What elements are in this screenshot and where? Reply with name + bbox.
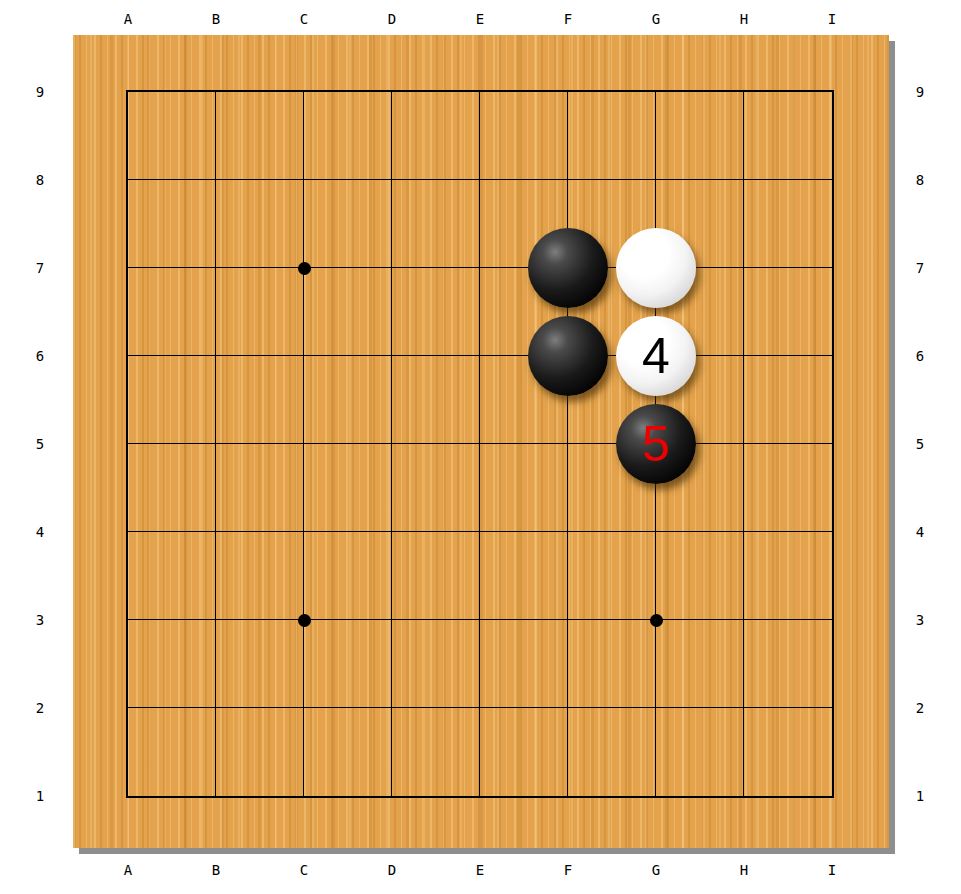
coord-bottom-f: F — [548, 861, 588, 879]
board-grid — [126, 90, 834, 798]
coord-bottom-d: D — [372, 861, 412, 879]
grid-cell[interactable] — [744, 708, 832, 796]
grid-cell[interactable] — [656, 708, 744, 796]
grid-cell[interactable] — [392, 532, 480, 620]
star-point-c7 — [298, 262, 311, 275]
coord-bottom-e: E — [460, 861, 500, 879]
coord-left-4: 4 — [24, 523, 56, 541]
grid-cell[interactable] — [128, 620, 216, 708]
coord-right-5: 5 — [904, 435, 936, 453]
grid-cell[interactable] — [216, 620, 304, 708]
coord-bottom-i: I — [812, 861, 852, 879]
coord-top-h: H — [724, 10, 764, 28]
coord-bottom-h: H — [724, 861, 764, 879]
grid-cell[interactable] — [128, 180, 216, 268]
grid-cell[interactable] — [480, 620, 568, 708]
grid-cell[interactable] — [392, 444, 480, 532]
coord-right-9: 9 — [904, 83, 936, 101]
coord-top-d: D — [372, 10, 412, 28]
coord-left-3: 3 — [24, 611, 56, 629]
grid-cell[interactable] — [304, 708, 392, 796]
grid-cell[interactable] — [568, 708, 656, 796]
coord-left-2: 2 — [24, 699, 56, 717]
coord-right-2: 2 — [904, 699, 936, 717]
stone-black-f6[interactable] — [528, 316, 608, 396]
move-number-label: 5 — [642, 419, 670, 469]
coord-right-1: 1 — [904, 787, 936, 805]
stone-white-g6[interactable]: 4 — [616, 316, 696, 396]
coord-top-f: F — [548, 10, 588, 28]
coord-top-b: B — [196, 10, 236, 28]
grid-cell[interactable] — [744, 532, 832, 620]
go-board[interactable]: 45 — [73, 35, 889, 848]
grid-cell[interactable] — [744, 356, 832, 444]
grid-cell[interactable] — [392, 708, 480, 796]
star-point-c3 — [298, 614, 311, 627]
grid-cell[interactable] — [480, 708, 568, 796]
coord-bottom-a: A — [108, 861, 148, 879]
grid-cell[interactable] — [568, 620, 656, 708]
grid-cell[interactable] — [744, 92, 832, 180]
coord-bottom-b: B — [196, 861, 236, 879]
grid-cell[interactable] — [304, 444, 392, 532]
stone-black-g5[interactable]: 5 — [616, 404, 696, 484]
grid-cell[interactable] — [216, 356, 304, 444]
grid-cell[interactable] — [304, 92, 392, 180]
grid-cell[interactable] — [392, 180, 480, 268]
grid-cell[interactable] — [480, 444, 568, 532]
coord-right-4: 4 — [904, 523, 936, 541]
coord-top-e: E — [460, 10, 500, 28]
go-diagram-page: 45 AABBCCDDEEFFGGHHII998877665544332211 — [0, 0, 961, 894]
grid-cell[interactable] — [128, 532, 216, 620]
grid-cell[interactable] — [656, 620, 744, 708]
grid-cell[interactable] — [128, 268, 216, 356]
coord-top-a: A — [108, 10, 148, 28]
coord-left-8: 8 — [24, 171, 56, 189]
grid-cell[interactable] — [744, 180, 832, 268]
grid-cell[interactable] — [128, 444, 216, 532]
grid-cell[interactable] — [480, 532, 568, 620]
grid-cell[interactable] — [744, 444, 832, 532]
grid-cell[interactable] — [216, 444, 304, 532]
grid-cell[interactable] — [304, 180, 392, 268]
grid-cell[interactable] — [304, 532, 392, 620]
grid-cell[interactable] — [216, 268, 304, 356]
grid-cell[interactable] — [304, 268, 392, 356]
coord-right-6: 6 — [904, 347, 936, 365]
stone-white-g7[interactable] — [616, 228, 696, 308]
grid-cell[interactable] — [304, 356, 392, 444]
coord-top-g: G — [636, 10, 676, 28]
coord-left-5: 5 — [24, 435, 56, 453]
grid-cell[interactable] — [128, 708, 216, 796]
grid-cell[interactable] — [128, 92, 216, 180]
coord-right-8: 8 — [904, 171, 936, 189]
coord-bottom-g: G — [636, 861, 676, 879]
grid-cell[interactable] — [656, 92, 744, 180]
grid-cell[interactable] — [392, 620, 480, 708]
grid-cell[interactable] — [216, 708, 304, 796]
grid-cell[interactable] — [568, 92, 656, 180]
stone-black-f7[interactable] — [528, 228, 608, 308]
grid-cell[interactable] — [480, 92, 568, 180]
grid-cell[interactable] — [304, 620, 392, 708]
coord-left-9: 9 — [24, 83, 56, 101]
coord-left-6: 6 — [24, 347, 56, 365]
coord-top-c: C — [284, 10, 324, 28]
coord-left-1: 1 — [24, 787, 56, 805]
grid-cell[interactable] — [744, 268, 832, 356]
grid-cell[interactable] — [392, 356, 480, 444]
grid-cell[interactable] — [128, 356, 216, 444]
coord-right-7: 7 — [904, 259, 936, 277]
grid-cell[interactable] — [568, 532, 656, 620]
grid-cell[interactable] — [656, 532, 744, 620]
grid-cell[interactable] — [216, 92, 304, 180]
grid-cell[interactable] — [744, 620, 832, 708]
move-number-label: 4 — [642, 331, 670, 381]
star-point-g3 — [650, 614, 663, 627]
grid-cell[interactable] — [216, 532, 304, 620]
grid-cell[interactable] — [392, 92, 480, 180]
coord-right-3: 3 — [904, 611, 936, 629]
coord-top-i: I — [812, 10, 852, 28]
grid-cell[interactable] — [392, 268, 480, 356]
grid-cell[interactable] — [216, 180, 304, 268]
coord-left-7: 7 — [24, 259, 56, 277]
coord-bottom-c: C — [284, 861, 324, 879]
